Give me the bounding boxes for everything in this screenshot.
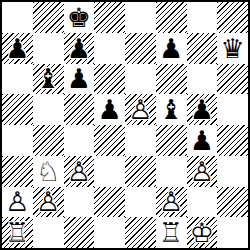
square-c5[interactable]: [64, 94, 95, 125]
black-bishop-icon: ♝: [33, 64, 64, 95]
square-h7[interactable]: ♛♛: [217, 33, 248, 64]
piece-black-pawn[interactable]: ♟♟: [187, 94, 218, 125]
square-c7[interactable]: ♟♟: [64, 33, 95, 64]
square-f4[interactable]: [156, 125, 187, 156]
square-c3[interactable]: ♟♙: [64, 156, 95, 187]
white-pawn-icon: ♙: [2, 187, 33, 218]
square-f7[interactable]: ♟♟: [156, 33, 187, 64]
black-bishop-icon: ♝: [156, 94, 187, 125]
square-c8[interactable]: ♚♚: [64, 2, 95, 33]
black-king-icon: ♚: [64, 2, 95, 33]
square-g4[interactable]: ♟♟: [187, 125, 218, 156]
piece-white-pawn[interactable]: ♟♙: [187, 156, 218, 187]
square-b5[interactable]: [33, 94, 64, 125]
square-c4[interactable]: [64, 125, 95, 156]
black-pawn-icon: ♟: [187, 125, 218, 156]
square-h1[interactable]: [217, 217, 248, 248]
white-pawn-icon: ♙: [64, 156, 95, 187]
piece-black-pawn[interactable]: ♟♟: [187, 125, 218, 156]
square-d2[interactable]: [94, 187, 125, 218]
square-f1[interactable]: ♜♖: [156, 217, 187, 248]
white-pawn-icon: ♙: [156, 187, 187, 218]
square-d1[interactable]: [94, 217, 125, 248]
piece-black-pawn[interactable]: ♟♟: [94, 94, 125, 125]
piece-black-queen[interactable]: ♛♛: [217, 33, 248, 64]
square-g8[interactable]: [187, 2, 218, 33]
piece-white-pawn[interactable]: ♟♙: [33, 187, 64, 218]
square-f3[interactable]: [156, 156, 187, 187]
black-pawn-icon: ♟: [94, 94, 125, 125]
square-a6[interactable]: [2, 64, 33, 95]
square-a1[interactable]: ♜♖: [2, 217, 33, 248]
square-g3[interactable]: ♟♙: [187, 156, 218, 187]
square-e6[interactable]: [125, 64, 156, 95]
square-d5[interactable]: ♟♟: [94, 94, 125, 125]
square-g5[interactable]: ♟♟: [187, 94, 218, 125]
square-e7[interactable]: [125, 33, 156, 64]
square-a3[interactable]: [2, 156, 33, 187]
black-queen-icon: ♛: [217, 33, 248, 64]
chess-board: ♚♚♟♟♟♟♟♟♛♛♝♝♟♟♟♟♟♙♝♝♟♟♟♟♞♘♟♙♟♙♟♙♟♙♟♙♜♖♜♖…: [0, 0, 250, 250]
square-f6[interactable]: [156, 64, 187, 95]
piece-black-bishop[interactable]: ♝♝: [33, 64, 64, 95]
white-knight-icon: ♘: [33, 156, 64, 187]
black-pawn-icon: ♟: [156, 33, 187, 64]
black-pawn-icon: ♟: [187, 94, 218, 125]
square-f5[interactable]: ♝♝: [156, 94, 187, 125]
square-a5[interactable]: [2, 94, 33, 125]
square-h3[interactable]: [217, 156, 248, 187]
piece-black-pawn[interactable]: ♟♟: [2, 33, 33, 64]
white-king-icon: ♔: [187, 217, 218, 248]
square-b3[interactable]: ♞♘: [33, 156, 64, 187]
white-pawn-icon: ♙: [125, 94, 156, 125]
black-pawn-icon: ♟: [2, 33, 33, 64]
square-b6[interactable]: ♝♝: [33, 64, 64, 95]
square-a2[interactable]: ♟♙: [2, 187, 33, 218]
square-g7[interactable]: [187, 33, 218, 64]
square-e5[interactable]: ♟♙: [125, 94, 156, 125]
white-rook-icon: ♖: [156, 217, 187, 248]
square-h2[interactable]: [217, 187, 248, 218]
square-h4[interactable]: [217, 125, 248, 156]
square-h8[interactable]: [217, 2, 248, 33]
piece-black-pawn[interactable]: ♟♟: [64, 64, 95, 95]
piece-white-pawn[interactable]: ♟♙: [125, 94, 156, 125]
square-g6[interactable]: [187, 64, 218, 95]
square-g2[interactable]: [187, 187, 218, 218]
square-a7[interactable]: ♟♟: [2, 33, 33, 64]
piece-white-rook[interactable]: ♜♖: [2, 217, 33, 248]
square-h6[interactable]: [217, 64, 248, 95]
square-c1[interactable]: [64, 217, 95, 248]
square-h5[interactable]: [217, 94, 248, 125]
square-e8[interactable]: [125, 2, 156, 33]
black-pawn-icon: ♟: [64, 64, 95, 95]
square-e2[interactable]: [125, 187, 156, 218]
square-b8[interactable]: [33, 2, 64, 33]
piece-white-pawn[interactable]: ♟♙: [64, 156, 95, 187]
white-rook-icon: ♖: [2, 217, 33, 248]
piece-white-knight[interactable]: ♞♘: [33, 156, 64, 187]
piece-white-pawn[interactable]: ♟♙: [156, 187, 187, 218]
square-c6[interactable]: ♟♟: [64, 64, 95, 95]
square-g1[interactable]: ♚♔: [187, 217, 218, 248]
square-b2[interactable]: ♟♙: [33, 187, 64, 218]
piece-black-king[interactable]: ♚♚: [64, 2, 95, 33]
square-e4[interactable]: [125, 125, 156, 156]
square-f2[interactable]: ♟♙: [156, 187, 187, 218]
piece-black-pawn[interactable]: ♟♟: [64, 33, 95, 64]
square-e1[interactable]: [125, 217, 156, 248]
square-e3[interactable]: [125, 156, 156, 187]
white-pawn-icon: ♙: [187, 156, 218, 187]
square-f8[interactable]: [156, 2, 187, 33]
white-pawn-icon: ♙: [33, 187, 64, 218]
piece-white-rook[interactable]: ♜♖: [156, 217, 187, 248]
black-pawn-icon: ♟: [64, 33, 95, 64]
piece-black-bishop[interactable]: ♝♝: [156, 94, 187, 125]
square-a8[interactable]: [2, 2, 33, 33]
square-c2[interactable]: [64, 187, 95, 218]
square-d3[interactable]: [94, 156, 125, 187]
square-d7[interactable]: [94, 33, 125, 64]
piece-white-pawn[interactable]: ♟♙: [2, 187, 33, 218]
square-d8[interactable]: [94, 2, 125, 33]
square-b7[interactable]: [33, 33, 64, 64]
square-b1[interactable]: [33, 217, 64, 248]
piece-white-king[interactable]: ♚♔: [187, 217, 218, 248]
square-d6[interactable]: [94, 64, 125, 95]
piece-black-pawn[interactable]: ♟♟: [156, 33, 187, 64]
square-d4[interactable]: [94, 125, 125, 156]
square-a4[interactable]: [2, 125, 33, 156]
square-b4[interactable]: [33, 125, 64, 156]
